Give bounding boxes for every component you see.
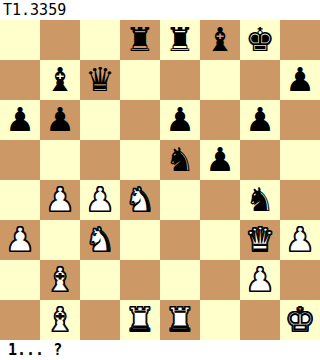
black-pawn-f5[interactable]: ♟	[200, 140, 240, 180]
square-h3[interactable]: ♟	[280, 220, 320, 260]
square-a3[interactable]: ♟	[0, 220, 40, 260]
square-b8[interactable]	[40, 20, 80, 60]
puzzle-header: T1.3359	[0, 0, 320, 20]
puzzle-id: T1.3359	[3, 1, 66, 19]
black-rook-e8[interactable]: ♜	[160, 20, 200, 60]
square-h8[interactable]	[280, 20, 320, 60]
square-g1[interactable]	[240, 300, 280, 340]
square-f5[interactable]: ♟	[200, 140, 240, 180]
square-g7[interactable]	[240, 60, 280, 100]
square-d7[interactable]	[120, 60, 160, 100]
square-e2[interactable]	[160, 260, 200, 300]
square-c5[interactable]	[80, 140, 120, 180]
black-queen-c7[interactable]: ♛	[80, 60, 120, 100]
square-d1[interactable]: ♜	[120, 300, 160, 340]
white-pawn-a3[interactable]: ♟	[0, 220, 40, 260]
white-pawn-b4[interactable]: ♟	[40, 180, 80, 220]
square-e1[interactable]: ♜	[160, 300, 200, 340]
black-pawn-g6[interactable]: ♟	[240, 100, 280, 140]
square-b2[interactable]: ♝	[40, 260, 80, 300]
white-knight-c3[interactable]: ♞	[80, 220, 120, 260]
move-prompt: 1... ?	[8, 341, 62, 359]
black-bishop-f8[interactable]: ♝	[200, 20, 240, 60]
square-c3[interactable]: ♞	[80, 220, 120, 260]
square-f2[interactable]	[200, 260, 240, 300]
square-c2[interactable]	[80, 260, 120, 300]
square-d2[interactable]	[120, 260, 160, 300]
square-b1[interactable]: ♝	[40, 300, 80, 340]
white-knight-d4[interactable]: ♞	[120, 180, 160, 220]
white-rook-e1[interactable]: ♜	[160, 300, 200, 340]
white-pawn-h3[interactable]: ♟	[280, 220, 320, 260]
black-knight-e5[interactable]: ♞	[160, 140, 200, 180]
square-f3[interactable]	[200, 220, 240, 260]
square-e3[interactable]	[160, 220, 200, 260]
chess-puzzle-app: T1.3359 ♜♜♝♚♝♛♟♟♟♟♟♞♟♟♟♞♞♟♞♛♟♝♟♝♜♜♚ 1...…	[0, 0, 320, 360]
square-d8[interactable]: ♜	[120, 20, 160, 60]
square-g6[interactable]: ♟	[240, 100, 280, 140]
square-a8[interactable]	[0, 20, 40, 60]
square-g3[interactable]: ♛	[240, 220, 280, 260]
black-pawn-e6[interactable]: ♟	[160, 100, 200, 140]
square-h2[interactable]	[280, 260, 320, 300]
black-knight-g4[interactable]: ♞	[240, 180, 280, 220]
square-f7[interactable]	[200, 60, 240, 100]
black-king-g8[interactable]: ♚	[240, 20, 280, 60]
square-h6[interactable]	[280, 100, 320, 140]
square-f4[interactable]	[200, 180, 240, 220]
square-c4[interactable]: ♟	[80, 180, 120, 220]
square-h4[interactable]	[280, 180, 320, 220]
square-e6[interactable]: ♟	[160, 100, 200, 140]
square-e7[interactable]	[160, 60, 200, 100]
square-a5[interactable]	[0, 140, 40, 180]
square-b6[interactable]: ♟	[40, 100, 80, 140]
square-a1[interactable]	[0, 300, 40, 340]
white-queen-g3[interactable]: ♛	[240, 220, 280, 260]
square-f6[interactable]	[200, 100, 240, 140]
square-a4[interactable]	[0, 180, 40, 220]
square-d5[interactable]	[120, 140, 160, 180]
square-b7[interactable]: ♝	[40, 60, 80, 100]
square-h5[interactable]	[280, 140, 320, 180]
square-h1[interactable]: ♚	[280, 300, 320, 340]
square-a6[interactable]: ♟	[0, 100, 40, 140]
square-g2[interactable]: ♟	[240, 260, 280, 300]
square-g5[interactable]	[240, 140, 280, 180]
square-f8[interactable]: ♝	[200, 20, 240, 60]
square-e8[interactable]: ♜	[160, 20, 200, 60]
black-pawn-a6[interactable]: ♟	[0, 100, 40, 140]
square-d6[interactable]	[120, 100, 160, 140]
white-king-h1[interactable]: ♚	[280, 300, 320, 340]
black-pawn-b6[interactable]: ♟	[40, 100, 80, 140]
chess-board: ♜♜♝♚♝♛♟♟♟♟♟♞♟♟♟♞♞♟♞♛♟♝♟♝♜♜♚	[0, 20, 320, 340]
white-bishop-b1[interactable]: ♝	[40, 300, 80, 340]
square-e4[interactable]	[160, 180, 200, 220]
square-c7[interactable]: ♛	[80, 60, 120, 100]
square-a7[interactable]	[0, 60, 40, 100]
white-bishop-b2[interactable]: ♝	[40, 260, 80, 300]
square-c6[interactable]	[80, 100, 120, 140]
square-f1[interactable]	[200, 300, 240, 340]
square-b4[interactable]: ♟	[40, 180, 80, 220]
white-pawn-c4[interactable]: ♟	[80, 180, 120, 220]
white-pawn-g2[interactable]: ♟	[240, 260, 280, 300]
square-b3[interactable]	[40, 220, 80, 260]
square-d4[interactable]: ♞	[120, 180, 160, 220]
square-d3[interactable]	[120, 220, 160, 260]
square-g8[interactable]: ♚	[240, 20, 280, 60]
move-prompt-bar: 1... ?	[0, 340, 320, 360]
square-g4[interactable]: ♞	[240, 180, 280, 220]
black-pawn-h7[interactable]: ♟	[280, 60, 320, 100]
white-rook-d1[interactable]: ♜	[120, 300, 160, 340]
square-b5[interactable]	[40, 140, 80, 180]
black-bishop-b7[interactable]: ♝	[40, 60, 80, 100]
square-c8[interactable]	[80, 20, 120, 60]
square-e5[interactable]: ♞	[160, 140, 200, 180]
square-h7[interactable]: ♟	[280, 60, 320, 100]
square-a2[interactable]	[0, 260, 40, 300]
black-rook-d8[interactable]: ♜	[120, 20, 160, 60]
square-c1[interactable]	[80, 300, 120, 340]
